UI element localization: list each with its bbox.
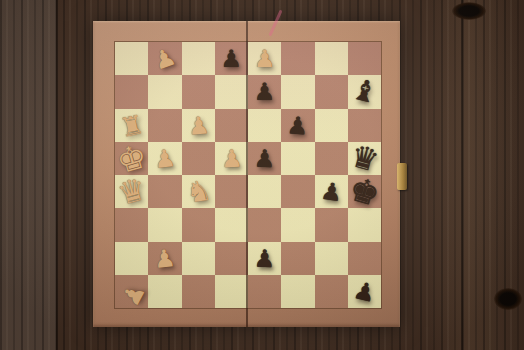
piece-white-pawn[interactable]: ♟ xyxy=(144,37,187,80)
piece-white-knight[interactable]: ♞ xyxy=(179,173,217,211)
piece-black-bishop[interactable]: ♝ xyxy=(344,72,384,112)
piece-white-queen[interactable]: ♛ xyxy=(111,171,152,212)
scene: ♟♟♟♟♝♜♟♟♚♟♟♟♛♛♞♟♚♟♟♟♟ xyxy=(0,0,524,350)
piece-black-pawn[interactable]: ♟ xyxy=(248,75,281,108)
piece-black-pawn[interactable]: ♟ xyxy=(247,241,281,275)
hinge-clasp xyxy=(397,163,407,190)
piece-black-pawn[interactable]: ♟ xyxy=(312,173,350,211)
piece-black-pawn[interactable]: ♟ xyxy=(247,141,281,175)
pink-scribble-mark xyxy=(268,10,282,37)
piece-white-pawn[interactable]: ♟ xyxy=(147,140,184,177)
piece-white-pawn[interactable]: ♟ xyxy=(111,272,156,317)
piece-black-pawn[interactable]: ♟ xyxy=(344,271,384,311)
chess-board: ♟♟♟♟♝♜♟♟♚♟♟♟♛♛♞♟♚♟♟♟♟ xyxy=(93,21,400,327)
floor-knot xyxy=(494,288,522,310)
piece-white-pawn[interactable]: ♟ xyxy=(248,42,281,75)
piece-black-pawn[interactable]: ♟ xyxy=(280,107,315,142)
piece-black-pawn[interactable]: ♟ xyxy=(215,42,248,75)
pieces-layer: ♟♟♟♟♝♜♟♟♚♟♟♟♛♛♞♟♚♟♟♟♟ xyxy=(115,42,381,308)
piece-white-pawn[interactable]: ♟ xyxy=(214,141,248,175)
piece-white-pawn[interactable]: ♟ xyxy=(180,107,215,142)
piece-white-pawn[interactable]: ♟ xyxy=(147,240,184,277)
floor-knot xyxy=(452,2,486,20)
floor-plank-seam xyxy=(56,0,58,350)
floor-plank-seam xyxy=(461,0,463,350)
